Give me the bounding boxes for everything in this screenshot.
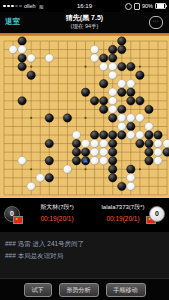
black-stone [63, 114, 71, 122]
black-stone [45, 174, 53, 182]
white-stone [81, 139, 89, 147]
white-stone [9, 45, 17, 53]
white-stone [109, 88, 117, 96]
black-stone [118, 37, 126, 45]
white-stone [127, 114, 135, 122]
black-stone [18, 37, 26, 45]
black-stone [99, 80, 107, 88]
black-stone [109, 165, 117, 173]
chat-message: ### 迅雷 进入 241号房间了 [0, 238, 169, 250]
white-stone [99, 139, 107, 147]
white-stone [90, 148, 98, 156]
black-stone [72, 148, 80, 156]
black-player-clock: 00:19(20/1) [22, 215, 92, 222]
black-stone [145, 148, 153, 156]
black-stone [118, 45, 126, 53]
black-stone [136, 71, 144, 79]
white-stone [109, 97, 117, 105]
move-count-label: (现在 94手) [30, 23, 139, 30]
black-player-name: 斯大林(7段*) [22, 203, 92, 212]
go-board-grid [0, 33, 169, 198]
black-stone [109, 114, 117, 122]
black-stone [127, 88, 135, 96]
battery-icon [155, 3, 166, 10]
player-bar: 0 斯大林(7段*) ★ 00:19(20/1) lalala7373(7段*)… [0, 198, 169, 232]
black-stone [136, 97, 144, 105]
white-stone [90, 139, 98, 147]
black-stone [145, 131, 153, 139]
star-point [30, 66, 32, 68]
white-stone [154, 157, 162, 165]
white-stone [127, 182, 135, 190]
star-point [84, 117, 86, 119]
white-stone [27, 54, 35, 62]
status-bar: olleh ≋ 16:19 90% [0, 0, 169, 12]
black-stone [99, 97, 107, 105]
star-point [84, 66, 86, 68]
black-stone [145, 105, 153, 113]
white-stone [45, 54, 53, 62]
game-title: 猜先(黑 7.5) [30, 13, 139, 23]
black-stone [127, 165, 135, 173]
white-stone [18, 157, 26, 165]
navigation-bar: 退室 猜先(黑 7.5) (现在 94手) ⋯ [0, 12, 169, 33]
black-stone [45, 157, 53, 165]
white-stone [136, 114, 144, 122]
black-stone [127, 97, 135, 105]
go-board[interactable] [0, 33, 169, 198]
white-stone [36, 174, 44, 182]
white-stone [63, 165, 71, 173]
black-stone [109, 54, 117, 62]
white-stone [127, 174, 135, 182]
white-stone [118, 80, 126, 88]
black-stone [118, 131, 126, 139]
white-stone [118, 114, 126, 122]
white-stone [154, 139, 162, 147]
white-captures-badge: 0 [149, 206, 165, 222]
white-stone [109, 105, 117, 113]
white-stone [127, 80, 135, 88]
white-stone [99, 157, 107, 165]
black-stone [118, 62, 126, 70]
white-stone [18, 45, 26, 53]
position-analysis-button[interactable]: 形势分析 [59, 283, 99, 297]
chat-message-area[interactable]: ### 迅雷 进入 241号房间了### 本局是友谊对局 [0, 232, 169, 278]
black-stone [118, 88, 126, 96]
white-stone [127, 131, 135, 139]
black-stone [90, 131, 98, 139]
star-point [139, 168, 141, 170]
black-stone [154, 131, 162, 139]
black-stone [145, 139, 153, 147]
black-stone [72, 139, 80, 147]
white-stone [145, 122, 153, 130]
black-stone [118, 182, 126, 190]
white-stone [136, 131, 144, 139]
white-stone [163, 139, 169, 147]
leave-room-button[interactable]: 退室 [5, 17, 20, 27]
black-stone [127, 122, 135, 130]
black-stone [90, 97, 98, 105]
black-stone [109, 174, 117, 182]
black-stone [136, 139, 144, 147]
black-stone [118, 105, 126, 113]
orientation-lock-icon [125, 3, 132, 10]
black-stone [81, 88, 89, 96]
white-stone [109, 71, 117, 79]
black-stone [81, 148, 89, 156]
black-stone [109, 45, 117, 53]
white-stone [27, 182, 35, 190]
star-point [139, 66, 141, 68]
black-stone [99, 131, 107, 139]
black-stone [163, 148, 169, 156]
black-stone [145, 157, 153, 165]
white-stone [72, 131, 80, 139]
star-point [30, 117, 32, 119]
black-stone [72, 157, 80, 165]
black-stone [99, 105, 107, 113]
black-stone [127, 62, 135, 70]
white-stone [154, 148, 162, 156]
black-stone [45, 114, 53, 122]
chat-message: ### 本局是友谊对局 [0, 250, 169, 262]
star-point [30, 168, 32, 170]
bottom-toolbar: 试下形势分析手顺移动 [0, 278, 169, 300]
black-stone [27, 71, 35, 79]
black-stone [18, 54, 26, 62]
try-move-button[interactable]: 试下 [24, 283, 52, 297]
game-header: 猜先(黑 7.5) (现在 94手) [30, 13, 139, 30]
white-stone [90, 157, 98, 165]
chat-bubble-icon[interactable]: ⋯ [149, 16, 163, 29]
black-stone [109, 157, 117, 165]
black-stone [18, 97, 26, 105]
black-stone [18, 62, 26, 70]
black-stone [109, 139, 117, 147]
white-stone [118, 122, 126, 130]
white-stone [99, 148, 107, 156]
black-stone [45, 139, 53, 147]
black-stone [109, 131, 117, 139]
white-stone [99, 62, 107, 70]
black-stone [109, 148, 117, 156]
white-stone [109, 62, 117, 70]
star-point [84, 168, 86, 170]
battery-percent-label: 90% [142, 3, 153, 9]
move-navigation-button[interactable]: 手顺移动 [106, 283, 146, 297]
white-player-name: lalala7373(7段*) [88, 203, 158, 212]
white-stone [90, 54, 98, 62]
black-stone [99, 54, 107, 62]
bluetooth-icon [134, 3, 140, 10]
white-stone [90, 45, 98, 53]
